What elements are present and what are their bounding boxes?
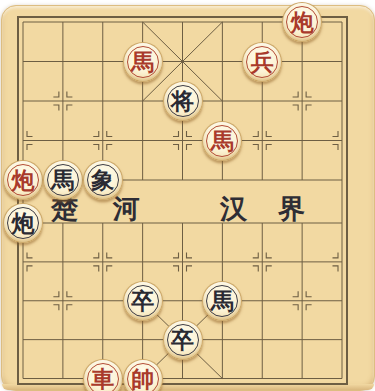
piece-glyph: 卒	[131, 282, 154, 320]
piece-glyph: 馬	[211, 122, 234, 160]
piece-glyph: 馬	[131, 43, 154, 81]
piece-glyph: 炮	[12, 161, 35, 199]
piece-red-horse-a[interactable]: 馬	[123, 42, 163, 82]
piece-red-soldier[interactable]: 兵	[242, 42, 282, 82]
piece-glyph: 象	[91, 161, 114, 199]
piece-glyph: 炮	[12, 204, 35, 242]
piece-glyph: 馬	[51, 161, 74, 199]
piece-red-cannon-b[interactable]: 炮	[3, 160, 43, 200]
piece-black-soldier-b[interactable]: 卒	[163, 320, 203, 360]
piece-black-horse-b[interactable]: 馬	[202, 281, 242, 321]
piece-glyph: 帥	[131, 360, 154, 391]
piece-glyph: 炮	[291, 3, 314, 41]
xiangqi-app-screen: 楚河 汉界 炮馬兵将馬炮馬象炮卒馬卒車帥	[0, 0, 375, 391]
piece-red-cannon-a[interactable]: 炮	[282, 2, 322, 42]
piece-black-cannon[interactable]: 炮	[3, 203, 43, 243]
piece-red-chariot[interactable]: 車	[83, 359, 123, 391]
piece-glyph: 卒	[171, 321, 194, 359]
piece-red-general[interactable]: 帥	[123, 359, 163, 391]
piece-glyph: 車	[91, 360, 114, 391]
piece-glyph: 馬	[211, 282, 234, 320]
piece-black-horse-a[interactable]: 馬	[43, 160, 83, 200]
piece-black-general[interactable]: 将	[163, 81, 203, 121]
piece-black-elephant[interactable]: 象	[83, 160, 123, 200]
piece-glyph: 兵	[251, 43, 274, 81]
piece-glyph: 将	[171, 82, 194, 120]
piece-red-horse-b[interactable]: 馬	[202, 121, 242, 161]
piece-black-soldier-a[interactable]: 卒	[123, 281, 163, 321]
